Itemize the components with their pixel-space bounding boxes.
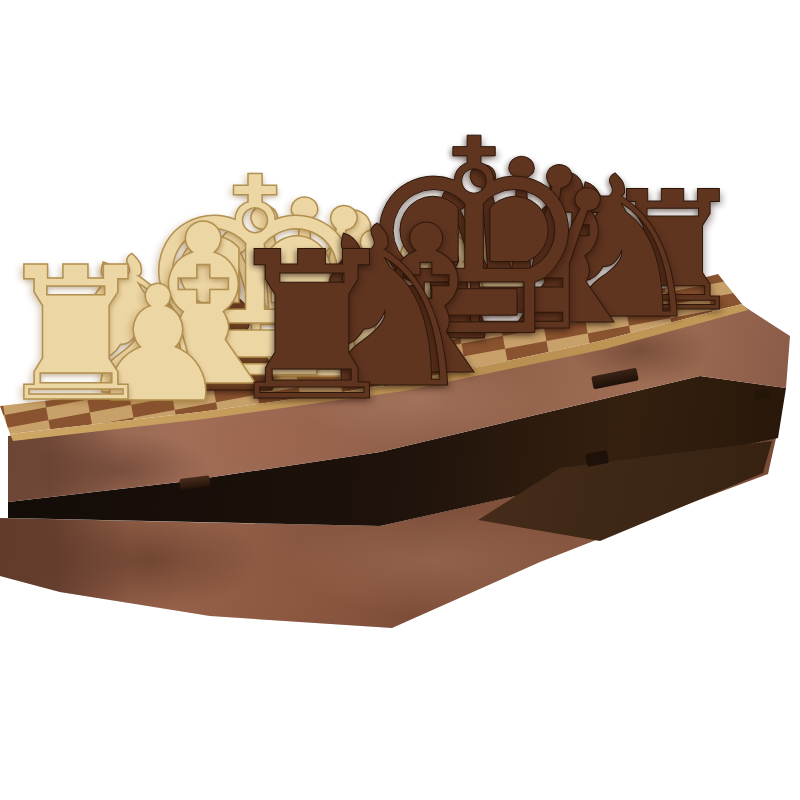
pieces-layer: ♜♞♟♝♚♛♝♟♟♟♟♟♟♟♜♞♝♟♚♛♝♞♜ xyxy=(0,0,800,800)
piece-cream-rook: ♜ xyxy=(0,245,159,426)
piece-brown-rook: ♜ xyxy=(220,227,404,428)
product-photo-scene: ♜♞♟♝♚♛♝♟♟♟♟♟♟♟♜♞♝♟♚♛♝♞♜ xyxy=(0,0,800,800)
